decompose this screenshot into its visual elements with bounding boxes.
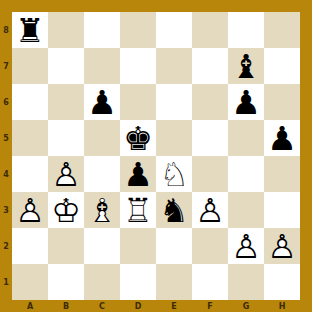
square-b4[interactable]: ♟♙ bbox=[48, 156, 84, 192]
square-f2[interactable] bbox=[192, 228, 228, 264]
rank-label: 1 bbox=[0, 264, 12, 300]
square-a3[interactable]: ♟♙ bbox=[12, 192, 48, 228]
file-label: F bbox=[192, 300, 228, 312]
square-b7[interactable] bbox=[48, 48, 84, 84]
white-pawn[interactable]: ♙ bbox=[228, 228, 264, 264]
square-d2[interactable] bbox=[120, 228, 156, 264]
square-a1[interactable] bbox=[12, 264, 48, 300]
square-h6[interactable] bbox=[264, 84, 300, 120]
file-label: B bbox=[48, 300, 84, 312]
square-f3[interactable]: ♟♙ bbox=[192, 192, 228, 228]
square-a4[interactable] bbox=[12, 156, 48, 192]
black-pawn[interactable]: ♟ bbox=[264, 120, 300, 156]
rank-labels: 87654321 bbox=[0, 12, 12, 300]
black-pawn[interactable]: ♟ bbox=[228, 84, 264, 120]
square-c3[interactable]: ♝♗ bbox=[84, 192, 120, 228]
square-c5[interactable] bbox=[84, 120, 120, 156]
square-e2[interactable] bbox=[156, 228, 192, 264]
white-pawn-fill: ♟ bbox=[228, 228, 264, 264]
white-bishop[interactable]: ♗ bbox=[84, 192, 120, 228]
square-f7[interactable] bbox=[192, 48, 228, 84]
file-label: C bbox=[84, 300, 120, 312]
square-c6[interactable]: ♟ bbox=[84, 84, 120, 120]
square-d7[interactable] bbox=[120, 48, 156, 84]
file-label: A bbox=[12, 300, 48, 312]
file-label: D bbox=[120, 300, 156, 312]
square-g4[interactable] bbox=[228, 156, 264, 192]
chess-board[interactable]: ♜♝♟♟♚♟♟♙♟♞♘♟♙♚♔♝♗♜♖♞♟♙♟♙♟♙ bbox=[12, 12, 300, 300]
file-label: E bbox=[156, 300, 192, 312]
chess-board-frame: 87654321 ♜♝♟♟♚♟♟♙♟♞♘♟♙♚♔♝♗♜♖♞♟♙♟♙♟♙ ABCD… bbox=[0, 0, 312, 312]
square-g5[interactable] bbox=[228, 120, 264, 156]
square-d4[interactable]: ♟ bbox=[120, 156, 156, 192]
square-e4[interactable]: ♞♘ bbox=[156, 156, 192, 192]
square-a5[interactable] bbox=[12, 120, 48, 156]
black-pawn[interactable]: ♟ bbox=[84, 84, 120, 120]
square-h8[interactable] bbox=[264, 12, 300, 48]
white-pawn[interactable]: ♙ bbox=[192, 192, 228, 228]
square-e1[interactable] bbox=[156, 264, 192, 300]
square-e6[interactable] bbox=[156, 84, 192, 120]
square-c7[interactable] bbox=[84, 48, 120, 84]
square-e5[interactable] bbox=[156, 120, 192, 156]
file-labels: ABCDEFGH bbox=[12, 300, 300, 312]
square-b2[interactable] bbox=[48, 228, 84, 264]
square-d5[interactable]: ♚ bbox=[120, 120, 156, 156]
square-h3[interactable] bbox=[264, 192, 300, 228]
square-d3[interactable]: ♜♖ bbox=[120, 192, 156, 228]
square-h2[interactable]: ♟♙ bbox=[264, 228, 300, 264]
white-pawn[interactable]: ♙ bbox=[48, 156, 84, 192]
square-b6[interactable] bbox=[48, 84, 84, 120]
white-rook[interactable]: ♖ bbox=[120, 192, 156, 228]
square-g8[interactable] bbox=[228, 12, 264, 48]
square-a8[interactable]: ♜ bbox=[12, 12, 48, 48]
square-b3[interactable]: ♚♔ bbox=[48, 192, 84, 228]
white-bishop-fill: ♝ bbox=[84, 192, 120, 228]
square-g7[interactable]: ♝ bbox=[228, 48, 264, 84]
square-c8[interactable] bbox=[84, 12, 120, 48]
square-d6[interactable] bbox=[120, 84, 156, 120]
black-knight[interactable]: ♞ bbox=[156, 192, 192, 228]
square-g2[interactable]: ♟♙ bbox=[228, 228, 264, 264]
square-g1[interactable] bbox=[228, 264, 264, 300]
black-rook[interactable]: ♜ bbox=[12, 12, 48, 48]
square-d1[interactable] bbox=[120, 264, 156, 300]
white-pawn-fill: ♟ bbox=[264, 228, 300, 264]
square-f1[interactable] bbox=[192, 264, 228, 300]
square-c4[interactable] bbox=[84, 156, 120, 192]
black-king[interactable]: ♚ bbox=[120, 120, 156, 156]
square-e7[interactable] bbox=[156, 48, 192, 84]
black-bishop[interactable]: ♝ bbox=[228, 48, 264, 84]
square-b8[interactable] bbox=[48, 12, 84, 48]
square-e8[interactable] bbox=[156, 12, 192, 48]
white-king[interactable]: ♔ bbox=[48, 192, 84, 228]
square-b1[interactable] bbox=[48, 264, 84, 300]
white-pawn-fill: ♟ bbox=[192, 192, 228, 228]
file-label: H bbox=[264, 300, 300, 312]
white-king-fill: ♚ bbox=[48, 192, 84, 228]
square-h1[interactable] bbox=[264, 264, 300, 300]
square-h5[interactable]: ♟ bbox=[264, 120, 300, 156]
square-a6[interactable] bbox=[12, 84, 48, 120]
square-a7[interactable] bbox=[12, 48, 48, 84]
rank-label: 7 bbox=[0, 48, 12, 84]
rank-label: 3 bbox=[0, 192, 12, 228]
square-g3[interactable] bbox=[228, 192, 264, 228]
white-knight-fill: ♞ bbox=[156, 156, 192, 192]
white-knight[interactable]: ♘ bbox=[156, 156, 192, 192]
rank-label: 4 bbox=[0, 156, 12, 192]
square-c1[interactable] bbox=[84, 264, 120, 300]
square-f4[interactable] bbox=[192, 156, 228, 192]
square-f5[interactable] bbox=[192, 120, 228, 156]
square-f6[interactable] bbox=[192, 84, 228, 120]
black-pawn[interactable]: ♟ bbox=[120, 156, 156, 192]
square-b5[interactable] bbox=[48, 120, 84, 156]
white-pawn[interactable]: ♙ bbox=[264, 228, 300, 264]
square-e3[interactable]: ♞ bbox=[156, 192, 192, 228]
square-d8[interactable] bbox=[120, 12, 156, 48]
rank-label: 2 bbox=[0, 228, 12, 264]
rank-label: 5 bbox=[0, 120, 12, 156]
white-pawn[interactable]: ♙ bbox=[12, 192, 48, 228]
white-pawn-fill: ♟ bbox=[12, 192, 48, 228]
rank-label: 6 bbox=[0, 84, 12, 120]
square-g6[interactable]: ♟ bbox=[228, 84, 264, 120]
file-label: G bbox=[228, 300, 264, 312]
square-h7[interactable] bbox=[264, 48, 300, 84]
square-c2[interactable] bbox=[84, 228, 120, 264]
square-a2[interactable] bbox=[12, 228, 48, 264]
square-h4[interactable] bbox=[264, 156, 300, 192]
square-f8[interactable] bbox=[192, 12, 228, 48]
rank-label: 8 bbox=[0, 12, 12, 48]
white-pawn-fill: ♟ bbox=[48, 156, 84, 192]
white-rook-fill: ♜ bbox=[120, 192, 156, 228]
